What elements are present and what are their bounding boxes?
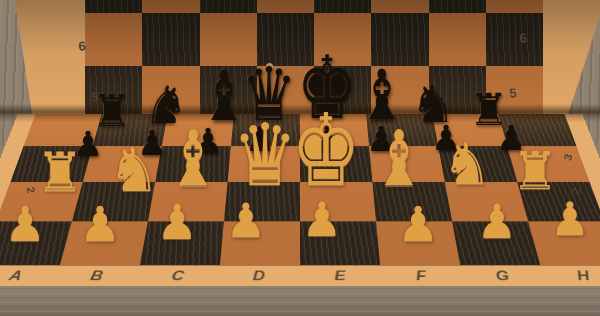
- piece-white-knight-b2: ♞: [108, 139, 160, 200]
- piece-white-bishop-c2: ♝: [166, 120, 220, 197]
- file-label-a: A: [0, 266, 60, 287]
- piece-white-pawn-g1: ♟: [477, 198, 517, 245]
- file-label-c: C: [136, 266, 220, 287]
- file-label-b: B: [54, 266, 140, 287]
- piece-white-pawn-f1: ♟: [397, 200, 438, 248]
- file-label-h: H: [540, 266, 600, 287]
- file-label-f: F: [380, 266, 464, 287]
- piece-white-pawn-e1: ♟: [302, 196, 342, 243]
- file-label-e: E: [300, 266, 382, 287]
- chess-photo-scene: ABCDEFGH 6565232 ♜♞♝♛♚♝♞♜♟♟♟♟♟♟♟♟♜♞♝♛♚♝♞…: [0, 0, 600, 316]
- file-label-d: D: [218, 266, 300, 287]
- piece-white-pawn-d1: ♟: [226, 197, 266, 244]
- rank-label-6: 6: [519, 30, 527, 45]
- piece-white-queen-d2: ♛: [233, 112, 298, 198]
- piece-white-rook-a2: ♜: [36, 146, 84, 200]
- piece-white-pawn-h1: ♟: [550, 196, 589, 242]
- rank-label-6: 6: [78, 38, 86, 53]
- file-label-g: G: [460, 266, 546, 287]
- piece-white-knight-g2: ♞: [442, 135, 491, 193]
- piece-white-pawn-a1: ♟: [4, 200, 45, 248]
- rank-label-5: 5: [509, 85, 517, 100]
- piece-white-pawn-b1: ♟: [79, 200, 120, 248]
- file-letter-border: ABCDEFGH: [0, 265, 600, 287]
- piece-white-rook-h2: ♜: [512, 145, 559, 197]
- piece-white-pawn-c1: ♟: [156, 198, 197, 246]
- piece-white-king-e2: ♚: [291, 100, 361, 200]
- piece-white-bishop-f2: ♝: [372, 120, 426, 197]
